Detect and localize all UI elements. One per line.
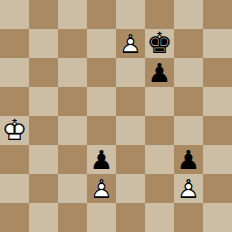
white-king-a4[interactable]: ♚♔: [0, 116, 29, 145]
square-e1[interactable]: [116, 203, 145, 232]
square-g4[interactable]: [174, 116, 203, 145]
square-e4[interactable]: [116, 116, 145, 145]
square-f7[interactable]: ♚: [145, 29, 174, 58]
black-pawn-f6[interactable]: ♟: [145, 58, 174, 87]
square-d6[interactable]: [87, 58, 116, 87]
square-d5[interactable]: [87, 87, 116, 116]
square-h4[interactable]: [203, 116, 232, 145]
white-pawn-e7[interactable]: ♟♙: [116, 29, 145, 58]
black-king-f7[interactable]: ♚: [145, 29, 174, 58]
square-e6[interactable]: [116, 58, 145, 87]
white-king-outline-glyph: ♔: [0, 116, 29, 145]
square-f6[interactable]: ♟: [145, 58, 174, 87]
square-a2[interactable]: [0, 174, 29, 203]
square-c4[interactable]: [58, 116, 87, 145]
white-pawn-outline-glyph: ♙: [87, 174, 116, 203]
white-pawn-outline-glyph: ♙: [174, 174, 203, 203]
square-a4[interactable]: ♚♔: [0, 116, 29, 145]
square-h8[interactable]: [203, 0, 232, 29]
square-g7[interactable]: [174, 29, 203, 58]
square-b2[interactable]: [29, 174, 58, 203]
square-h6[interactable]: [203, 58, 232, 87]
square-a8[interactable]: [0, 0, 29, 29]
square-h5[interactable]: [203, 87, 232, 116]
square-d3[interactable]: ♟: [87, 145, 116, 174]
square-d2[interactable]: ♟♙: [87, 174, 116, 203]
square-c2[interactable]: [58, 174, 87, 203]
square-b8[interactable]: [29, 0, 58, 29]
square-g8[interactable]: [174, 0, 203, 29]
square-b6[interactable]: [29, 58, 58, 87]
square-b7[interactable]: [29, 29, 58, 58]
white-pawn-g2[interactable]: ♟♙: [174, 174, 203, 203]
square-d7[interactable]: [87, 29, 116, 58]
square-f8[interactable]: [145, 0, 174, 29]
square-e2[interactable]: [116, 174, 145, 203]
white-pawn-outline-glyph: ♙: [116, 29, 145, 58]
square-b4[interactable]: [29, 116, 58, 145]
square-f4[interactable]: [145, 116, 174, 145]
square-a6[interactable]: [0, 58, 29, 87]
square-c1[interactable]: [58, 203, 87, 232]
square-g1[interactable]: [174, 203, 203, 232]
square-a7[interactable]: [0, 29, 29, 58]
square-e8[interactable]: [116, 0, 145, 29]
square-a1[interactable]: [0, 203, 29, 232]
square-c8[interactable]: [58, 0, 87, 29]
square-c6[interactable]: [58, 58, 87, 87]
square-f3[interactable]: [145, 145, 174, 174]
black-pawn-d3[interactable]: ♟: [87, 145, 116, 174]
square-g2[interactable]: ♟♙: [174, 174, 203, 203]
square-c3[interactable]: [58, 145, 87, 174]
square-d4[interactable]: [87, 116, 116, 145]
square-h1[interactable]: [203, 203, 232, 232]
square-b5[interactable]: [29, 87, 58, 116]
square-g5[interactable]: [174, 87, 203, 116]
white-pawn-d2[interactable]: ♟♙: [87, 174, 116, 203]
square-h2[interactable]: [203, 174, 232, 203]
square-f1[interactable]: [145, 203, 174, 232]
square-a5[interactable]: [0, 87, 29, 116]
square-c5[interactable]: [58, 87, 87, 116]
square-a3[interactable]: [0, 145, 29, 174]
square-f5[interactable]: [145, 87, 174, 116]
square-g3[interactable]: ♟: [174, 145, 203, 174]
square-c7[interactable]: [58, 29, 87, 58]
square-e5[interactable]: [116, 87, 145, 116]
square-d1[interactable]: [87, 203, 116, 232]
square-h7[interactable]: [203, 29, 232, 58]
square-d8[interactable]: [87, 0, 116, 29]
square-e3[interactable]: [116, 145, 145, 174]
square-b3[interactable]: [29, 145, 58, 174]
square-h3[interactable]: [203, 145, 232, 174]
chess-board: ♟♙♚♟♚♔♟♟♟♙♟♙: [0, 0, 232, 232]
square-e7[interactable]: ♟♙: [116, 29, 145, 58]
black-pawn-g3[interactable]: ♟: [174, 145, 203, 174]
square-g6[interactable]: [174, 58, 203, 87]
square-f2[interactable]: [145, 174, 174, 203]
square-b1[interactable]: [29, 203, 58, 232]
